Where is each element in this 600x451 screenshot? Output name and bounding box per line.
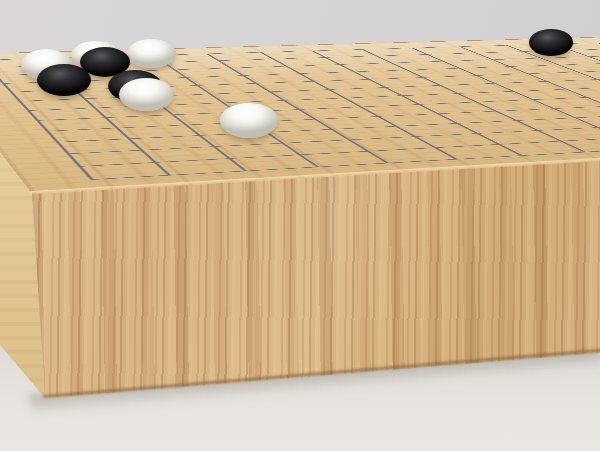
stones-layer — [0, 0, 600, 451]
white-stone-C8 — [119, 78, 174, 111]
white-stone-D13 — [127, 39, 176, 68]
goban-photo — [0, 0, 600, 451]
white-stone-D5 — [220, 103, 279, 138]
black-stone-B10 — [37, 64, 90, 96]
black-stone-M13 — [529, 29, 573, 55]
